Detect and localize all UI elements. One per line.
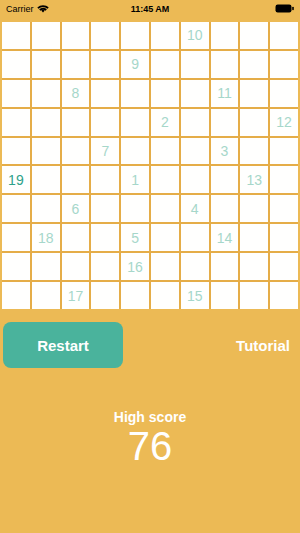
grid-cell[interactable]: 1 xyxy=(121,166,149,193)
grid-cell[interactable] xyxy=(121,138,149,165)
grid-cell[interactable] xyxy=(211,282,239,309)
grid-cell[interactable] xyxy=(2,224,30,251)
grid-cell[interactable]: 19 xyxy=(2,166,30,193)
grid-cell[interactable] xyxy=(240,138,268,165)
grid-cell[interactable] xyxy=(270,166,298,193)
grid-cell[interactable] xyxy=(270,282,298,309)
grid-cell[interactable] xyxy=(181,224,209,251)
high-score-value: 76 xyxy=(0,426,300,466)
grid-cell[interactable]: 9 xyxy=(121,51,149,78)
grid-cell[interactable] xyxy=(91,166,119,193)
grid-cell[interactable]: 12 xyxy=(270,109,298,136)
grid-cell[interactable] xyxy=(2,195,30,222)
grid-cell[interactable] xyxy=(91,282,119,309)
grid-cell[interactable] xyxy=(91,195,119,222)
grid-cell[interactable] xyxy=(32,166,60,193)
grid-cell[interactable] xyxy=(181,80,209,107)
grid-cell[interactable] xyxy=(62,224,90,251)
grid-cell[interactable] xyxy=(62,166,90,193)
high-score-section: High score 76 xyxy=(0,409,300,466)
grid-cell[interactable] xyxy=(151,80,179,107)
grid-cell[interactable] xyxy=(2,51,30,78)
grid-cell[interactable] xyxy=(91,253,119,280)
grid-cell[interactable] xyxy=(32,253,60,280)
board: 10981121273191136418514161715 xyxy=(2,22,298,309)
grid-cell[interactable]: 3 xyxy=(211,138,239,165)
grid-cell[interactable] xyxy=(151,22,179,49)
grid-cell[interactable]: 4 xyxy=(181,195,209,222)
controls-row: Restart Tutorial xyxy=(0,322,300,368)
grid-cell[interactable] xyxy=(240,253,268,280)
grid-cell[interactable] xyxy=(62,22,90,49)
grid-cell[interactable] xyxy=(211,195,239,222)
grid-cell[interactable] xyxy=(211,22,239,49)
grid-cell[interactable] xyxy=(2,282,30,309)
grid-cell[interactable] xyxy=(240,224,268,251)
status-time: 11:45 AM xyxy=(0,4,300,14)
grid-cell[interactable] xyxy=(91,109,119,136)
grid-cell[interactable]: 13 xyxy=(240,166,268,193)
grid-cell[interactable]: 5 xyxy=(121,224,149,251)
high-score-label: High score xyxy=(0,409,300,425)
grid-cell[interactable] xyxy=(32,282,60,309)
grid-cell[interactable] xyxy=(121,80,149,107)
grid-cell[interactable] xyxy=(270,80,298,107)
grid-cell[interactable] xyxy=(270,224,298,251)
grid-cell[interactable] xyxy=(32,195,60,222)
grid-cell[interactable] xyxy=(240,80,268,107)
tutorial-button[interactable]: Tutorial xyxy=(236,322,290,368)
grid-cell[interactable] xyxy=(240,195,268,222)
grid-cell[interactable] xyxy=(32,109,60,136)
grid-cell[interactable] xyxy=(270,22,298,49)
grid-cell[interactable]: 14 xyxy=(211,224,239,251)
grid-cell[interactable] xyxy=(151,282,179,309)
grid-cell[interactable] xyxy=(2,138,30,165)
grid-cell[interactable]: 16 xyxy=(121,253,149,280)
grid-cell[interactable] xyxy=(62,253,90,280)
grid-cell[interactable] xyxy=(151,138,179,165)
grid-cell[interactable] xyxy=(121,195,149,222)
grid-cell[interactable] xyxy=(91,80,119,107)
grid-cell[interactable] xyxy=(91,224,119,251)
grid-cell[interactable]: 11 xyxy=(211,80,239,107)
grid-cell[interactable] xyxy=(181,166,209,193)
grid-cell[interactable] xyxy=(151,166,179,193)
grid-cell[interactable]: 10 xyxy=(181,22,209,49)
grid-cell[interactable] xyxy=(2,253,30,280)
grid-cell[interactable]: 15 xyxy=(181,282,209,309)
grid-cell[interactable] xyxy=(270,138,298,165)
grid-cell[interactable] xyxy=(2,80,30,107)
grid-cell[interactable] xyxy=(240,22,268,49)
grid-cell[interactable] xyxy=(62,138,90,165)
grid-cell[interactable] xyxy=(91,22,119,49)
grid-cell[interactable]: 8 xyxy=(62,80,90,107)
grid-cell[interactable]: 17 xyxy=(62,282,90,309)
restart-button[interactable]: Restart xyxy=(3,322,123,368)
grid-cell[interactable] xyxy=(181,138,209,165)
grid-cell[interactable] xyxy=(151,253,179,280)
grid-cell[interactable] xyxy=(181,253,209,280)
grid-cell[interactable] xyxy=(151,51,179,78)
grid-cell[interactable] xyxy=(211,109,239,136)
grid-cell[interactable] xyxy=(32,22,60,49)
grid-cell[interactable] xyxy=(270,253,298,280)
grid-cell[interactable] xyxy=(62,51,90,78)
grid-cell[interactable] xyxy=(211,166,239,193)
grid-cell[interactable] xyxy=(32,80,60,107)
grid-cell[interactable] xyxy=(151,224,179,251)
grid-cell[interactable] xyxy=(121,109,149,136)
grid-cell[interactable] xyxy=(211,253,239,280)
grid-cell[interactable] xyxy=(151,195,179,222)
grid-cell[interactable] xyxy=(240,282,268,309)
grid-cell[interactable] xyxy=(121,282,149,309)
grid-cell[interactable]: 18 xyxy=(32,224,60,251)
grid-cell[interactable] xyxy=(270,51,298,78)
grid-cell[interactable] xyxy=(2,109,30,136)
grid-cell[interactable] xyxy=(2,22,30,49)
grid-cell[interactable]: 6 xyxy=(62,195,90,222)
grid-cell[interactable] xyxy=(32,138,60,165)
grid-cell[interactable]: 2 xyxy=(151,109,179,136)
grid-cell[interactable] xyxy=(211,51,239,78)
grid-cell[interactable] xyxy=(91,51,119,78)
grid-cell[interactable]: 7 xyxy=(91,138,119,165)
grid-cell[interactable] xyxy=(181,51,209,78)
grid-cell[interactable] xyxy=(62,109,90,136)
grid-cell[interactable] xyxy=(32,51,60,78)
grid-cell[interactable] xyxy=(240,109,268,136)
grid-cell[interactable] xyxy=(240,51,268,78)
grid-cell[interactable] xyxy=(121,22,149,49)
battery-icon xyxy=(275,4,294,15)
grid-cell[interactable] xyxy=(181,109,209,136)
status-bar: Carrier 11:45 AM xyxy=(0,0,300,18)
grid-cell[interactable] xyxy=(270,195,298,222)
